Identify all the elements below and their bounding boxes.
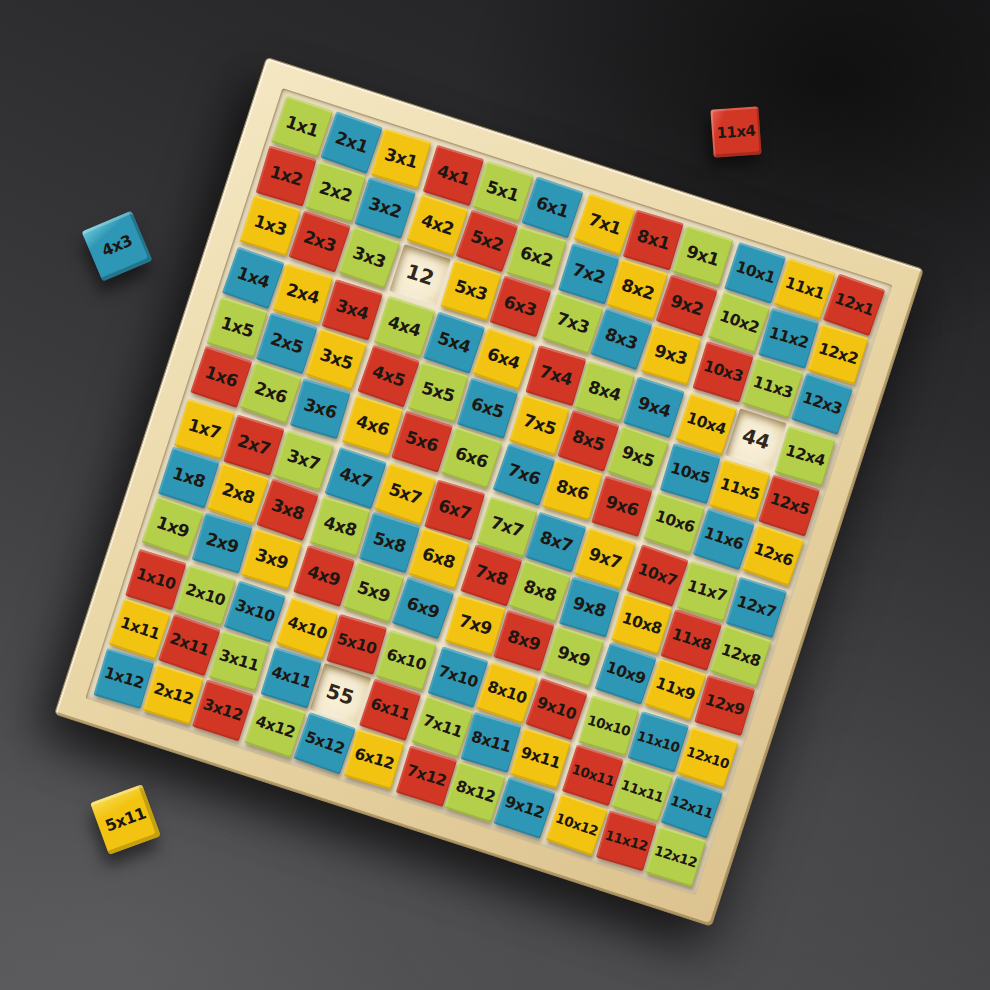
photo-background: 1x12x13x14x15x16x17x18x19x110x111x112x11…: [0, 0, 990, 990]
tile-3x12[interactable]: 3x12: [192, 680, 254, 742]
loose-cube-11x4[interactable]: 11x4: [710, 106, 761, 157]
cube-label: 4x3: [100, 233, 135, 260]
tile-9x9[interactable]: 9x9: [543, 626, 605, 688]
tile-6x3[interactable]: 6x3: [489, 275, 551, 337]
tile-3x9[interactable]: 3x9: [241, 529, 302, 590]
cube-label: 5x11: [103, 805, 148, 834]
answer-pocket-12: 12: [389, 244, 451, 306]
cube-label: 11x4: [716, 123, 756, 141]
multiplication-board: 1x12x13x14x15x16x17x18x19x110x111x112x11…: [55, 58, 922, 925]
tile-12x9[interactable]: 12x9: [694, 675, 755, 736]
board-grid: 1x12x13x14x15x16x17x18x19x110x111x112x11…: [85, 88, 892, 895]
loose-cube-5x11[interactable]: 5x11: [90, 784, 160, 854]
tile-9x3[interactable]: 9x3: [641, 324, 702, 385]
loose-cube-4x3[interactable]: 4x3: [82, 211, 153, 282]
tile-9x12[interactable]: 9x12: [494, 777, 556, 839]
